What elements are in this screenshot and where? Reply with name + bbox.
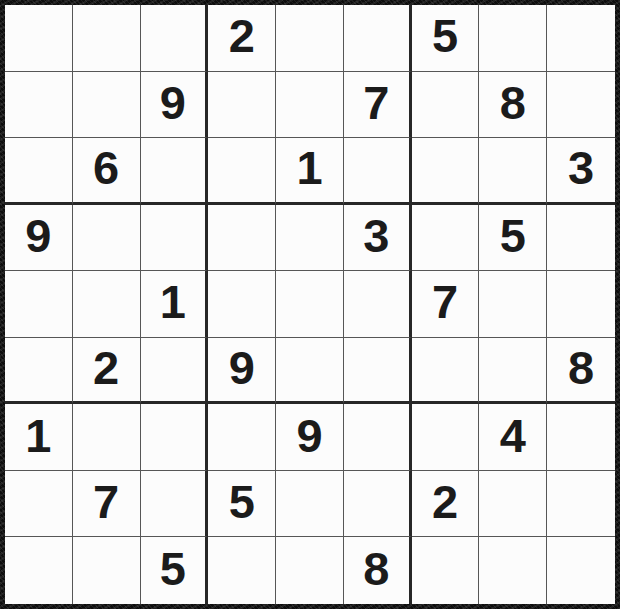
sudoku-cell-given: 2 [73, 338, 141, 405]
sudoku-cell-empty[interactable] [547, 271, 615, 338]
sudoku-cell-empty[interactable] [5, 138, 73, 205]
sudoku-cell-empty[interactable] [276, 205, 344, 272]
sudoku-cell-given: 1 [276, 138, 344, 205]
sudoku-cell-empty[interactable] [547, 471, 615, 538]
sudoku-cell-empty[interactable] [73, 72, 141, 139]
sudoku-cell-given: 2 [412, 471, 480, 538]
sudoku-cell-empty[interactable] [5, 471, 73, 538]
sudoku-cell-empty[interactable] [412, 404, 480, 471]
sudoku-cell-empty[interactable] [344, 471, 412, 538]
sudoku-cell-empty[interactable] [73, 404, 141, 471]
sudoku-cell-empty[interactable] [412, 537, 480, 604]
sudoku-cell-empty[interactable] [5, 72, 73, 139]
sudoku-cell-empty[interactable] [73, 5, 141, 72]
sudoku-cell-empty[interactable] [276, 271, 344, 338]
sudoku-cell-empty[interactable] [547, 404, 615, 471]
sudoku-cell-empty[interactable] [547, 205, 615, 272]
sudoku-cell-given: 6 [73, 138, 141, 205]
sudoku-cell-given: 8 [479, 72, 547, 139]
sudoku-cell-empty[interactable] [208, 537, 276, 604]
sudoku-cell-empty[interactable] [208, 205, 276, 272]
sudoku-cell-empty[interactable] [276, 338, 344, 405]
sudoku-cell-empty[interactable] [344, 338, 412, 405]
sudoku-cell-empty[interactable] [5, 338, 73, 405]
sudoku-cell-given: 3 [344, 205, 412, 272]
sudoku-cell-empty[interactable] [547, 537, 615, 604]
sudoku-cell-given: 5 [479, 205, 547, 272]
sudoku-cell-given: 5 [412, 5, 480, 72]
sudoku-cell-given: 3 [547, 138, 615, 205]
sudoku-cell-given: 8 [547, 338, 615, 405]
sudoku-cell-empty[interactable] [412, 338, 480, 405]
sudoku-cell-empty[interactable] [547, 5, 615, 72]
sudoku-cell-empty[interactable] [276, 471, 344, 538]
sudoku-cell-empty[interactable] [479, 5, 547, 72]
sudoku-cell-empty[interactable] [73, 205, 141, 272]
sudoku-cell-given: 5 [208, 471, 276, 538]
sudoku-grid: 259786139351729819475258 [5, 5, 615, 604]
sudoku-cell-given: 1 [5, 404, 73, 471]
sudoku-cell-given: 9 [276, 404, 344, 471]
sudoku-cell-empty[interactable] [5, 537, 73, 604]
sudoku-cell-empty[interactable] [479, 471, 547, 538]
sudoku-cell-given: 7 [412, 271, 480, 338]
sudoku-cell-empty[interactable] [479, 138, 547, 205]
sudoku-cell-given: 7 [344, 72, 412, 139]
sudoku-cell-given: 5 [141, 537, 209, 604]
sudoku-cell-empty[interactable] [208, 138, 276, 205]
sudoku-cell-given: 2 [208, 5, 276, 72]
sudoku-cell-given: 1 [141, 271, 209, 338]
sudoku-cell-empty[interactable] [344, 5, 412, 72]
sudoku-cell-given: 8 [344, 537, 412, 604]
sudoku-cell-empty[interactable] [141, 404, 209, 471]
sudoku-cell-empty[interactable] [547, 72, 615, 139]
sudoku-cell-given: 7 [73, 471, 141, 538]
sudoku-cell-given: 4 [479, 404, 547, 471]
sudoku-cell-empty[interactable] [141, 138, 209, 205]
sudoku-cell-given: 9 [5, 205, 73, 272]
sudoku-cell-empty[interactable] [141, 205, 209, 272]
sudoku-cell-empty[interactable] [73, 537, 141, 604]
sudoku-cell-empty[interactable] [344, 138, 412, 205]
sudoku-cell-empty[interactable] [479, 338, 547, 405]
sudoku-cell-empty[interactable] [208, 404, 276, 471]
sudoku-cell-empty[interactable] [479, 271, 547, 338]
sudoku-cell-empty[interactable] [412, 72, 480, 139]
sudoku-cell-empty[interactable] [5, 271, 73, 338]
sudoku-cell-empty[interactable] [276, 5, 344, 72]
sudoku-board: 259786139351729819475258 [0, 0, 620, 609]
sudoku-cell-given: 9 [141, 72, 209, 139]
sudoku-cell-empty[interactable] [479, 537, 547, 604]
sudoku-cell-empty[interactable] [141, 338, 209, 405]
sudoku-cell-empty[interactable] [344, 271, 412, 338]
sudoku-cell-empty[interactable] [276, 537, 344, 604]
sudoku-cell-empty[interactable] [141, 5, 209, 72]
sudoku-cell-empty[interactable] [344, 404, 412, 471]
sudoku-cell-given: 9 [208, 338, 276, 405]
sudoku-cell-empty[interactable] [141, 471, 209, 538]
sudoku-cell-empty[interactable] [208, 72, 276, 139]
sudoku-cell-empty[interactable] [5, 5, 73, 72]
sudoku-cell-empty[interactable] [412, 205, 480, 272]
sudoku-cell-empty[interactable] [73, 271, 141, 338]
sudoku-cell-empty[interactable] [412, 138, 480, 205]
sudoku-cell-empty[interactable] [208, 271, 276, 338]
sudoku-cell-empty[interactable] [276, 72, 344, 139]
